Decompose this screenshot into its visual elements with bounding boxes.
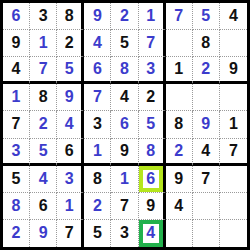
cell-r7c5[interactable]: 1 [111, 166, 138, 193]
cell-r8c4[interactable]: 2 [84, 193, 111, 220]
cell-r4c2[interactable]: 8 [30, 84, 57, 111]
cell-r7c7[interactable]: 9 [166, 166, 193, 193]
cell-r1c9[interactable]: 4 [220, 3, 247, 30]
cell-r7c8[interactable]: 7 [193, 166, 220, 193]
cell-r9c9[interactable] [220, 220, 247, 247]
cell-r5c5[interactable]: 6 [111, 111, 138, 138]
cell-r7c2[interactable]: 4 [30, 166, 57, 193]
cell-r2c2[interactable]: 1 [30, 30, 57, 57]
cell-r6c6[interactable]: 8 [139, 139, 166, 166]
cell-r3c7[interactable]: 1 [166, 57, 193, 84]
cell-r5c9[interactable]: 1 [220, 111, 247, 138]
cell-r4c5[interactable]: 4 [111, 84, 138, 111]
cell-r1c4[interactable]: 9 [84, 3, 111, 30]
cell-r4c3[interactable]: 9 [57, 84, 84, 111]
cell-r3c5[interactable]: 8 [111, 57, 138, 84]
cell-r9c2[interactable]: 9 [30, 220, 57, 247]
cell-r9c7[interactable] [166, 220, 193, 247]
cell-r2c3[interactable]: 2 [57, 30, 84, 57]
cell-r4c1[interactable]: 1 [3, 84, 30, 111]
cell-r6c2[interactable]: 5 [30, 139, 57, 166]
cell-r8c9[interactable] [220, 193, 247, 220]
entry-cell[interactable]: 4 [139, 220, 166, 247]
cell-r6c8[interactable]: 4 [193, 139, 220, 166]
cell-r2c5[interactable]: 5 [111, 30, 138, 57]
cell-r3c8[interactable]: 2 [193, 57, 220, 84]
cell-r6c1[interactable]: 3 [3, 139, 30, 166]
cell-r5c7[interactable]: 8 [166, 111, 193, 138]
cell-r6c7[interactable]: 2 [166, 139, 193, 166]
cell-r8c1[interactable]: 8 [3, 193, 30, 220]
sudoku-board: 6389217549124578475683129189742724365891… [0, 0, 250, 250]
cell-r3c1[interactable]: 4 [3, 57, 30, 84]
cell-r2c1[interactable]: 9 [3, 30, 30, 57]
cell-r8c5[interactable]: 7 [111, 193, 138, 220]
cell-r9c3[interactable]: 7 [57, 220, 84, 247]
cell-r4c6[interactable]: 2 [139, 84, 166, 111]
cell-r2c9[interactable] [220, 30, 247, 57]
cell-r1c8[interactable]: 5 [193, 3, 220, 30]
cell-r7c9[interactable] [220, 166, 247, 193]
cell-r1c5[interactable]: 2 [111, 3, 138, 30]
cell-r6c3[interactable]: 6 [57, 139, 84, 166]
cell-r5c1[interactable]: 7 [3, 111, 30, 138]
cell-r6c5[interactable]: 9 [111, 139, 138, 166]
cell-r3c3[interactable]: 5 [57, 57, 84, 84]
cell-r5c3[interactable]: 4 [57, 111, 84, 138]
cell-r7c4[interactable]: 8 [84, 166, 111, 193]
cell-r8c6[interactable]: 9 [139, 193, 166, 220]
cell-r2c4[interactable]: 4 [84, 30, 111, 57]
cell-r9c8[interactable] [193, 220, 220, 247]
cell-r9c4[interactable]: 5 [84, 220, 111, 247]
cell-r4c4[interactable]: 7 [84, 84, 111, 111]
cell-r3c2[interactable]: 7 [30, 57, 57, 84]
cell-r9c1[interactable]: 2 [3, 220, 30, 247]
cell-r7c1[interactable]: 5 [3, 166, 30, 193]
cell-r5c4[interactable]: 3 [84, 111, 111, 138]
cell-r4c7[interactable] [166, 84, 193, 111]
cell-r1c2[interactable]: 3 [30, 3, 57, 30]
cell-r3c4[interactable]: 6 [84, 57, 111, 84]
cell-r9c5[interactable]: 3 [111, 220, 138, 247]
cell-r1c3[interactable]: 8 [57, 3, 84, 30]
cell-r4c9[interactable] [220, 84, 247, 111]
cell-r3c6[interactable]: 3 [139, 57, 166, 84]
sudoku-app: 6389217549124578475683129189742724365891… [0, 0, 250, 250]
cell-r8c7[interactable]: 4 [166, 193, 193, 220]
cell-r1c1[interactable]: 6 [3, 3, 30, 30]
cell-r2c8[interactable]: 8 [193, 30, 220, 57]
cell-r7c3[interactable]: 3 [57, 166, 84, 193]
cell-r1c7[interactable]: 7 [166, 3, 193, 30]
cell-r1c6[interactable]: 1 [139, 3, 166, 30]
cell-r5c2[interactable]: 2 [30, 111, 57, 138]
cell-r6c4[interactable]: 1 [84, 139, 111, 166]
cell-r8c2[interactable]: 6 [30, 193, 57, 220]
cell-r8c8[interactable] [193, 193, 220, 220]
cell-r4c8[interactable] [193, 84, 220, 111]
cell-r5c6[interactable]: 5 [139, 111, 166, 138]
cell-r8c3[interactable]: 1 [57, 193, 84, 220]
cell-r2c6[interactable]: 7 [139, 30, 166, 57]
cell-r3c9[interactable]: 9 [220, 57, 247, 84]
cell-r5c8[interactable]: 9 [193, 111, 220, 138]
cell-r2c7[interactable] [166, 30, 193, 57]
active-cell[interactable]: 6 [139, 166, 166, 193]
cell-r6c9[interactable]: 7 [220, 139, 247, 166]
